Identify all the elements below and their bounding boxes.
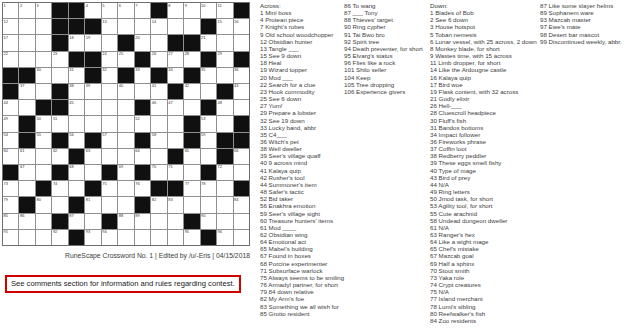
grid-cell[interactable]: 58 xyxy=(151,133,166,148)
clue-line: 83 Something we all wish for xyxy=(260,303,344,310)
clue-line: 55 Cute arachnid xyxy=(430,210,537,217)
clue-line: 37 Coffin loot xyxy=(430,145,537,152)
grid-cell[interactable] xyxy=(201,84,216,99)
grid-cell[interactable] xyxy=(168,230,183,245)
grid-cell[interactable]: 36 xyxy=(234,68,249,83)
grid-cell[interactable] xyxy=(69,181,84,196)
cell-number: 41 xyxy=(152,83,156,88)
black-cell xyxy=(118,35,133,50)
cell-number: 62 xyxy=(53,148,57,153)
grid-cell[interactable]: 82 xyxy=(151,197,166,212)
grid-cell[interactable]: 41 xyxy=(151,84,166,99)
cell-number: 53 xyxy=(201,116,205,121)
black-cell xyxy=(69,149,84,164)
clue-line: 87 Like some slayer helms xyxy=(540,2,622,9)
grid-cell[interactable] xyxy=(118,197,133,212)
clue-line: 92 Spirit tree xyxy=(344,38,423,45)
clue-line: 14 Like the Ardougne castle xyxy=(430,66,537,73)
cell-number: 54 xyxy=(4,132,8,137)
grid-cell[interactable]: 31 xyxy=(69,68,84,83)
grid-cell[interactable]: 73 xyxy=(3,181,18,196)
grid-cell[interactable] xyxy=(36,35,51,50)
grid-cell[interactable]: 67 xyxy=(19,165,34,180)
grid-cell[interactable] xyxy=(234,214,249,229)
grid-cell[interactable]: 47 xyxy=(168,100,183,115)
grid-cell[interactable] xyxy=(217,68,232,83)
clue-line: 71 Subsurface warlock xyxy=(260,267,344,274)
clue-line: 18 Heal xyxy=(260,59,344,66)
cell-number: 76 xyxy=(135,181,139,186)
grid-cell[interactable]: 57 xyxy=(102,133,117,148)
grid-cell[interactable]: 84 xyxy=(234,197,249,212)
cell-number: 92 xyxy=(53,229,57,234)
grid-cell[interactable]: 3 xyxy=(36,3,51,18)
grid-cell[interactable]: 13 xyxy=(102,19,117,34)
black-cell xyxy=(217,149,232,164)
grid-cell[interactable]: 90 xyxy=(201,214,216,229)
clue-line: 58 Undead dungeon dweller xyxy=(430,217,537,224)
grid-cell[interactable] xyxy=(118,19,133,34)
cell-number: 35 xyxy=(201,67,205,72)
black-cell xyxy=(201,230,216,245)
cell-number: 58 xyxy=(152,132,156,137)
cell-number: 14 xyxy=(152,19,156,24)
grid-cell[interactable] xyxy=(85,165,100,180)
grid-cell[interactable] xyxy=(69,116,84,131)
clue-line: 8 Monkey blade, for short xyxy=(430,45,537,52)
grid-cell[interactable] xyxy=(217,181,232,196)
grid-cell[interactable] xyxy=(36,214,51,229)
grid-cell[interactable]: 55 xyxy=(36,133,51,148)
black-cell xyxy=(85,133,100,148)
grid-cell[interactable] xyxy=(19,100,34,115)
cell-number: 8 xyxy=(168,3,170,8)
grid-cell[interactable]: 87 xyxy=(69,214,84,229)
black-cell xyxy=(52,165,67,180)
grid-cell[interactable]: 17 xyxy=(3,35,18,50)
grid-cell[interactable] xyxy=(19,230,34,245)
cell-number: 69 xyxy=(119,164,123,169)
grid-cell[interactable] xyxy=(234,100,249,115)
contest-notice-box: See comments section for information and… xyxy=(5,275,241,293)
grid-cell[interactable] xyxy=(151,149,166,164)
grid-cell[interactable]: 5 xyxy=(102,3,117,18)
grid-cell[interactable]: 32 xyxy=(102,68,117,83)
cell-number: 2 xyxy=(20,3,22,8)
clue-line: 69 Half a sphinx xyxy=(430,260,537,267)
clue-line: 11 Limb dropper, for short xyxy=(430,59,537,66)
cell-number: 74 xyxy=(53,181,57,186)
grid-cell[interactable]: 10 xyxy=(201,3,216,18)
grid-cell[interactable]: 15 xyxy=(217,19,232,34)
grid-cell[interactable] xyxy=(201,149,216,164)
cell-number: 72 xyxy=(218,164,222,169)
grid-cell[interactable] xyxy=(135,84,150,99)
grid-cell[interactable]: 21 xyxy=(201,35,216,50)
clue-line: 61 Mod ____ xyxy=(260,224,344,231)
grid-cell[interactable] xyxy=(168,214,183,229)
grid-cell[interactable]: 45 xyxy=(69,100,84,115)
grid-cell[interactable]: 60 xyxy=(3,149,18,164)
grid-cell[interactable]: 40 xyxy=(118,84,133,99)
grid-cell[interactable]: 62 xyxy=(52,149,67,164)
grid-cell[interactable]: 24 xyxy=(102,52,117,67)
clue-line: 75 Always seems to be smiling xyxy=(260,274,344,281)
black-cell xyxy=(36,100,51,115)
grid-cell[interactable] xyxy=(36,19,51,34)
cell-number: 70 xyxy=(152,164,156,169)
grid-cell[interactable]: 76 xyxy=(135,181,150,196)
black-cell xyxy=(52,100,67,115)
clue-line: 39 Seer's village quaff xyxy=(260,152,344,159)
grid-cell[interactable] xyxy=(118,230,133,245)
clue-line: 73 Yaka role xyxy=(430,274,537,281)
black-cell xyxy=(19,68,34,83)
grid-cell[interactable]: 38 xyxy=(69,84,84,99)
grid-cell[interactable]: 53 xyxy=(201,116,216,131)
black-cell xyxy=(217,133,232,148)
grid-cell[interactable]: 19 xyxy=(85,35,100,50)
grid-cell[interactable]: 23 xyxy=(52,52,67,67)
clue-line: 52 Bid taker xyxy=(260,195,344,202)
grid-cell[interactable]: 69 xyxy=(118,165,133,180)
grid-cell[interactable]: 91 xyxy=(3,230,18,245)
grid-cell[interactable] xyxy=(102,116,117,131)
grid-cell[interactable]: 1 xyxy=(3,3,18,18)
black-cell xyxy=(85,19,100,34)
grid-cell[interactable] xyxy=(102,149,117,164)
cell-number: 57 xyxy=(102,132,106,137)
grid-cell[interactable]: 70 xyxy=(151,165,166,180)
grid-cell[interactable]: 44 xyxy=(3,100,18,115)
cell-number: 1 xyxy=(4,3,6,8)
black-cell xyxy=(102,165,117,180)
grid-cell[interactable]: 29 xyxy=(217,52,232,67)
grid-cell[interactable] xyxy=(151,214,166,229)
clue-line: 38 Well dweller xyxy=(260,145,344,152)
clue-line: 26 Hell-___ xyxy=(430,102,537,109)
grid-cell[interactable]: 51 xyxy=(52,116,67,131)
cell-number: 61 xyxy=(20,148,24,153)
grid-cell[interactable]: 75 xyxy=(102,181,117,196)
cell-number: 73 xyxy=(4,181,8,186)
cell-number: 21 xyxy=(201,35,205,40)
grid-cell[interactable]: 63 xyxy=(85,149,100,164)
grid-cell[interactable] xyxy=(151,116,166,131)
grid-cell[interactable]: 66 xyxy=(234,149,249,164)
cell-number: 42 xyxy=(185,83,189,88)
grid-cell[interactable] xyxy=(102,197,117,212)
grid-cell[interactable] xyxy=(36,52,51,67)
grid-cell[interactable] xyxy=(19,19,34,34)
cell-number: 86 xyxy=(20,213,24,218)
black-cell xyxy=(184,116,199,131)
black-cell xyxy=(52,19,67,34)
black-cell xyxy=(118,68,133,83)
grid-cell[interactable]: 25 xyxy=(118,52,133,67)
grid-cell[interactable] xyxy=(184,100,199,115)
grid-cell[interactable]: 16 xyxy=(234,19,249,34)
grid-cell[interactable]: 85 xyxy=(3,214,18,229)
grid-cell[interactable] xyxy=(217,35,232,50)
grid-cell[interactable] xyxy=(135,19,150,34)
grid-cell[interactable] xyxy=(102,84,117,99)
grid-cell[interactable]: 30 xyxy=(36,68,51,83)
grid-cell[interactable]: 33 xyxy=(135,68,150,83)
clue-line: 33 Lucky band, abbr xyxy=(260,124,344,131)
clue-line: 49 Ring letters xyxy=(430,188,537,195)
grid-cell[interactable]: 93 xyxy=(85,230,100,245)
grid-cell[interactable] xyxy=(118,181,133,196)
grid-cell[interactable] xyxy=(168,116,183,131)
grid-cell[interactable]: 49 xyxy=(3,116,18,131)
grid-cell[interactable] xyxy=(102,100,117,115)
cell-number: 38 xyxy=(69,83,73,88)
grid-cell[interactable] xyxy=(118,149,133,164)
black-cell xyxy=(201,52,216,67)
grid-cell[interactable] xyxy=(36,84,51,99)
grid-cell[interactable] xyxy=(85,116,100,131)
grid-cell[interactable] xyxy=(19,181,34,196)
down-clues-column-2: 87 Like some slayer helms89 Sophanem war… xyxy=(540,2,622,45)
clue-line: 31 Bandos bottoms xyxy=(430,124,537,131)
cell-number: 37 xyxy=(20,83,24,88)
cell-number: 30 xyxy=(36,67,40,72)
grid-cell[interactable]: 59 xyxy=(201,133,216,148)
cell-number: 9 xyxy=(185,3,187,8)
grid-cell[interactable]: 26 xyxy=(151,52,166,67)
clue-line: 34 Impact follower xyxy=(430,131,537,138)
grid-cell[interactable]: 71 xyxy=(168,165,183,180)
grid-cell[interactable] xyxy=(168,133,183,148)
grid-cell[interactable] xyxy=(201,197,216,212)
grid-cell[interactable]: 9 xyxy=(184,3,199,18)
clue-line: 89 Sophanem ware xyxy=(540,9,622,16)
clue-line: 56 Enakhra emotion xyxy=(260,202,344,209)
clue-line: 86 To wang xyxy=(344,2,423,9)
cell-number: 95 xyxy=(185,229,189,234)
grid-cell[interactable]: 48 xyxy=(217,100,232,115)
clue-line: 7 Knight's robes xyxy=(260,23,344,30)
grid-cell[interactable]: 95 xyxy=(184,230,199,245)
grid-cell[interactable] xyxy=(184,165,199,180)
grid-cell[interactable] xyxy=(118,100,133,115)
clue-line: 88 Thieves' target xyxy=(344,16,423,23)
grid-cell[interactable]: 56 xyxy=(69,133,84,148)
grid-cell[interactable]: 94 xyxy=(102,230,117,245)
grid-cell[interactable]: 14 xyxy=(151,19,166,34)
grid-cell[interactable]: 20 xyxy=(135,35,150,50)
clue-line: 63 Ranger's hex xyxy=(430,231,537,238)
clue-line: 104 Keep xyxy=(344,74,423,81)
black-cell xyxy=(69,3,84,18)
cell-number: 13 xyxy=(102,19,106,24)
clue-line: 87 ___ Tony xyxy=(344,9,423,16)
cell-number: 12 xyxy=(4,19,8,24)
cell-number: 25 xyxy=(119,51,123,56)
black-cell xyxy=(69,197,84,212)
grid-cell[interactable]: 37 xyxy=(19,84,34,99)
grid-cell[interactable] xyxy=(184,197,199,212)
clue-line: 53 Agility tool, for short xyxy=(430,202,537,209)
cell-number: 66 xyxy=(234,148,238,153)
grid-cell[interactable]: 89 xyxy=(135,214,150,229)
clue-line: 48 Safer's tactic xyxy=(260,188,344,195)
grid-cell[interactable] xyxy=(168,19,183,34)
grid-cell[interactable]: 52 xyxy=(135,116,150,131)
cell-number: 60 xyxy=(4,148,8,153)
cell-number: 36 xyxy=(234,67,238,72)
grid-cell[interactable]: 18 xyxy=(69,35,84,50)
grid-cell[interactable] xyxy=(102,35,117,50)
black-cell xyxy=(3,165,18,180)
grid-cell[interactable]: 22 xyxy=(3,52,18,67)
black-cell xyxy=(201,165,216,180)
clue-line: 94 Death preventer, for short xyxy=(344,45,423,52)
grid-cell[interactable]: 50 xyxy=(36,116,51,131)
grid-cell[interactable] xyxy=(52,68,67,83)
grid-cell[interactable] xyxy=(36,230,51,245)
grid-cell[interactable]: 54 xyxy=(3,133,18,148)
grid-cell[interactable] xyxy=(234,165,249,180)
cell-number: 51 xyxy=(53,116,57,121)
cell-number: 63 xyxy=(86,148,90,153)
grid-cell[interactable]: 79 xyxy=(3,197,18,212)
grid-cell[interactable] xyxy=(217,116,232,131)
cell-number: 27 xyxy=(168,51,172,56)
black-cell xyxy=(184,133,199,148)
black-cell xyxy=(69,19,84,34)
grid-cell[interactable]: 11 xyxy=(217,3,232,18)
clue-line: 50 Jmod task, for short xyxy=(430,195,537,202)
grid-cell[interactable]: 6 xyxy=(118,3,133,18)
black-cell xyxy=(19,197,34,212)
grid-cell[interactable]: 43 xyxy=(234,84,249,99)
grid-cell[interactable]: 64 xyxy=(135,149,150,164)
grid-cell[interactable] xyxy=(19,35,34,50)
grid-cell[interactable]: 81 xyxy=(85,197,100,212)
grid-cell[interactable] xyxy=(135,230,150,245)
clue-line: 12 Obsidian hunter xyxy=(260,38,344,45)
grid-cell[interactable] xyxy=(217,197,232,212)
grid-cell[interactable] xyxy=(151,230,166,245)
clue-line: 44 Summoner's item xyxy=(260,181,344,188)
black-cell xyxy=(168,149,183,164)
cell-number: 48 xyxy=(218,100,222,105)
crossword-page: 1234567891011121314151617181920212223242… xyxy=(0,0,640,329)
cell-number: 81 xyxy=(86,197,90,202)
grid-cell[interactable] xyxy=(36,149,51,164)
grid-cell[interactable] xyxy=(85,214,100,229)
clue-line: 75 N/A xyxy=(430,288,537,295)
clue-line: 25 See 6 down xyxy=(260,95,344,102)
grid-cell[interactable]: 65 xyxy=(184,149,199,164)
grid-cell[interactable]: 88 xyxy=(118,214,133,229)
clue-line: 101 Shilo seller xyxy=(344,66,423,73)
clue-line: 22 Search for a clue xyxy=(260,81,344,88)
grid-cell[interactable]: 42 xyxy=(184,84,199,99)
grid-cell[interactable]: 2 xyxy=(19,3,34,18)
grid-cell[interactable]: 72 xyxy=(217,165,232,180)
puzzle-caption: RuneScape Crossword No. 1 | Edited by /u… xyxy=(2,252,250,260)
across-clues-column-2: 86 To wang87 ___ Tony88 Thieves' target9… xyxy=(344,2,423,95)
cell-number: 24 xyxy=(102,51,106,56)
black-cell xyxy=(135,165,150,180)
grid-cell[interactable]: 74 xyxy=(52,181,67,196)
cell-number: 7 xyxy=(135,3,137,8)
grid-cell[interactable]: 83 xyxy=(168,197,183,212)
cell-number: 31 xyxy=(69,67,73,72)
grid-cell[interactable]: 86 xyxy=(19,214,34,229)
grid-cell[interactable] xyxy=(234,35,249,50)
cell-number: 18 xyxy=(69,35,73,40)
clue-line: 6 Lunar vessel, with 25 across, 2 down xyxy=(430,38,537,45)
grid-cell[interactable]: 78 xyxy=(201,181,216,196)
grid-cell[interactable]: 12 xyxy=(3,19,18,34)
grid-cell[interactable] xyxy=(151,35,166,50)
grid-cell[interactable]: 7 xyxy=(135,3,150,18)
cell-number: 26 xyxy=(152,51,156,56)
clue-line: 16 Kalaya quip xyxy=(430,74,537,81)
clue-line: 2 See 6 down xyxy=(430,16,537,23)
grid-cell[interactable]: 80 xyxy=(36,197,51,212)
grid-cell[interactable] xyxy=(85,100,100,115)
clue-line: 82 My Arm's foe xyxy=(260,295,344,302)
clue-line: 76 Armadyl partner, for short xyxy=(260,281,344,288)
clue-line: 30 Fluff's fish xyxy=(430,117,537,124)
grid-cell[interactable] xyxy=(217,214,232,229)
grid-cell[interactable]: 92 xyxy=(52,230,67,245)
cell-number: 80 xyxy=(36,197,40,202)
grid-cell[interactable]: 68 xyxy=(69,165,84,180)
cell-number: 83 xyxy=(168,197,172,202)
cell-number: 65 xyxy=(185,148,189,153)
cell-number: 94 xyxy=(102,229,106,234)
clue-line: 99 Discontinued weekly, abbr. xyxy=(540,38,622,45)
grid-cell[interactable]: 28 xyxy=(184,52,199,67)
grid-cell[interactable] xyxy=(184,19,199,34)
grid-cell[interactable]: 35 xyxy=(201,68,216,83)
grid-cell[interactable]: 77 xyxy=(184,181,199,196)
grid-cell[interactable]: 61 xyxy=(19,149,34,164)
black-cell xyxy=(3,84,18,99)
cell-number: 84 xyxy=(234,197,238,202)
cell-number: 4 xyxy=(86,3,88,8)
grid-cell[interactable] xyxy=(118,116,133,131)
grid-cell[interactable]: 96 xyxy=(217,230,232,245)
clue-line: 20 Mod ___ xyxy=(260,74,344,81)
grid-cell[interactable] xyxy=(52,197,67,212)
clue-line: 1 Mini boss xyxy=(260,9,344,16)
black-cell xyxy=(184,68,199,83)
grid-cell[interactable]: 8 xyxy=(168,3,183,18)
grid-cell[interactable] xyxy=(118,133,133,148)
grid-cell[interactable]: 39 xyxy=(85,84,100,99)
grid-cell[interactable] xyxy=(19,52,34,67)
clue-line: 67 Found in boxes xyxy=(260,252,344,259)
grid-cell[interactable]: 4 xyxy=(85,3,100,18)
clue-line: 40 Type of mage xyxy=(430,167,537,174)
grid-cell[interactable]: 34 xyxy=(168,68,183,83)
grid-cell[interactable] xyxy=(36,165,51,180)
cell-number: 46 xyxy=(152,100,156,105)
grid-cell[interactable] xyxy=(234,230,249,245)
grid-cell[interactable]: 27 xyxy=(168,52,183,67)
clue-line: 43 Bird of prey xyxy=(430,174,537,181)
clue-line: 84 Zoo residents xyxy=(430,317,537,324)
grid-cell[interactable]: 46 xyxy=(151,100,166,115)
cell-number: 91 xyxy=(4,229,8,234)
